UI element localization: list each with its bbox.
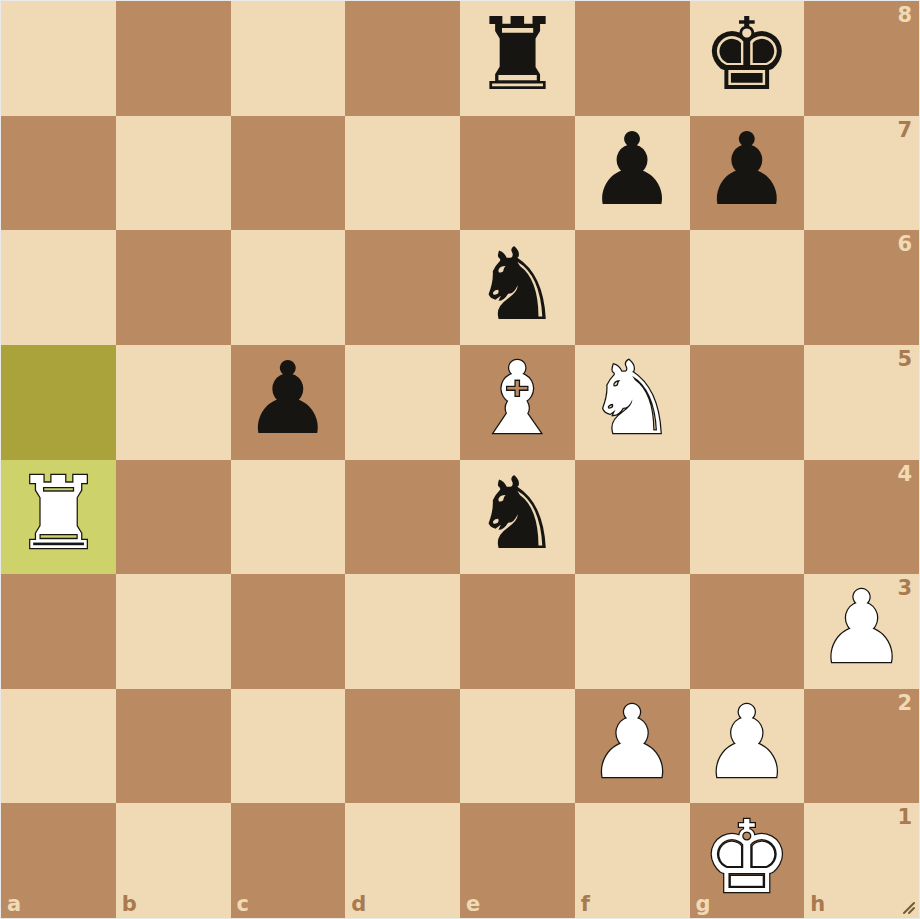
square-f7[interactable]: ♟ [575,116,690,231]
square-b4[interactable] [116,460,231,575]
square-a3[interactable] [1,574,116,689]
piece-white-knight-f5[interactable]: ♞ [587,349,677,449]
piece-black-knight-e4[interactable]: ♞ [473,464,563,564]
piece-white-bishop-e5[interactable]: ♝ [473,349,563,449]
square-e2[interactable] [460,689,575,804]
resize-handle-icon[interactable] [898,897,916,915]
square-g7[interactable]: ♟ [690,116,805,231]
square-h7[interactable]: 7 [804,116,919,231]
square-b3[interactable] [116,574,231,689]
square-c4[interactable] [231,460,346,575]
square-f1[interactable]: f [575,803,690,918]
square-c3[interactable] [231,574,346,689]
square-f3[interactable] [575,574,690,689]
rank-label-4: 4 [897,462,912,486]
square-e8[interactable]: ♜ [460,1,575,116]
square-a5[interactable] [1,345,116,460]
piece-black-rook-e8[interactable]: ♜ [473,5,563,105]
rank-label-8: 8 [897,3,912,27]
piece-black-pawn-c5[interactable]: ♟ [243,349,333,449]
square-h2[interactable]: 2 [804,689,919,804]
square-a2[interactable] [1,689,116,804]
square-c7[interactable] [231,116,346,231]
square-g8[interactable]: ♚ [690,1,805,116]
square-e7[interactable] [460,116,575,231]
square-d2[interactable] [345,689,460,804]
rank-label-1: 1 [897,805,912,829]
square-a1[interactable]: a [1,803,116,918]
square-g6[interactable] [690,230,805,345]
rank-label-6: 6 [897,232,912,256]
square-d7[interactable] [345,116,460,231]
square-b6[interactable] [116,230,231,345]
file-label-e: e [466,892,480,916]
file-label-f: f [581,892,590,916]
rank-label-7: 7 [897,118,912,142]
chess-board-container: ♜♚8♟♟7♞6♟♝♞5♜♞4♟3♟♟2abcdef♚gh1 [0,0,920,919]
square-g2[interactable]: ♟ [690,689,805,804]
square-h5[interactable]: 5 [804,345,919,460]
piece-white-rook-a4[interactable]: ♜ [14,464,104,564]
square-b5[interactable] [116,345,231,460]
square-c2[interactable] [231,689,346,804]
square-b1[interactable]: b [116,803,231,918]
rank-label-5: 5 [897,347,912,371]
square-g5[interactable] [690,345,805,460]
piece-black-pawn-g7[interactable]: ♟ [702,120,792,220]
rank-label-2: 2 [897,691,912,715]
square-c5[interactable]: ♟ [231,345,346,460]
piece-black-pawn-f7[interactable]: ♟ [587,120,677,220]
square-b2[interactable] [116,689,231,804]
chess-board: ♜♚8♟♟7♞6♟♝♞5♜♞4♟3♟♟2abcdef♚gh1 [1,1,919,918]
square-b8[interactable] [116,1,231,116]
square-c1[interactable]: c [231,803,346,918]
square-e3[interactable] [460,574,575,689]
square-a7[interactable] [1,116,116,231]
piece-white-pawn-f2[interactable]: ♟ [587,693,677,793]
square-b7[interactable] [116,116,231,231]
file-label-a: a [7,892,21,916]
square-e4[interactable]: ♞ [460,460,575,575]
square-d6[interactable] [345,230,460,345]
square-d1[interactable]: d [345,803,460,918]
square-d3[interactable] [345,574,460,689]
file-label-h: h [810,892,825,916]
square-e5[interactable]: ♝ [460,345,575,460]
file-label-b: b [122,892,137,916]
square-g3[interactable] [690,574,805,689]
square-a4[interactable]: ♜ [1,460,116,575]
piece-white-pawn-h3[interactable]: ♟ [817,578,907,678]
square-f5[interactable]: ♞ [575,345,690,460]
square-f6[interactable] [575,230,690,345]
piece-black-king-g8[interactable]: ♚ [702,5,792,105]
square-e1[interactable]: e [460,803,575,918]
square-a8[interactable] [1,1,116,116]
piece-white-pawn-g2[interactable]: ♟ [702,693,792,793]
square-h4[interactable]: 4 [804,460,919,575]
square-h8[interactable]: 8 [804,1,919,116]
square-f8[interactable] [575,1,690,116]
square-a6[interactable] [1,230,116,345]
file-label-c: c [237,892,249,916]
square-f2[interactable]: ♟ [575,689,690,804]
piece-black-knight-e6[interactable]: ♞ [473,235,563,335]
file-label-d: d [351,892,366,916]
square-e6[interactable]: ♞ [460,230,575,345]
square-d5[interactable] [345,345,460,460]
square-c6[interactable] [231,230,346,345]
square-f4[interactable] [575,460,690,575]
square-g1[interactable]: ♚g [690,803,805,918]
piece-white-king-g1[interactable]: ♚ [702,808,792,908]
square-c8[interactable] [231,1,346,116]
square-g4[interactable] [690,460,805,575]
square-d8[interactable] [345,1,460,116]
square-d4[interactable] [345,460,460,575]
square-h6[interactable]: 6 [804,230,919,345]
square-h3[interactable]: ♟3 [804,574,919,689]
